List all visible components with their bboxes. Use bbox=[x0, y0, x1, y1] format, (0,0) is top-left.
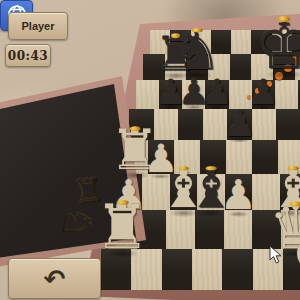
piece-black-knight[interactable]: ♞ bbox=[173, 26, 221, 77]
gold-crown-accent bbox=[192, 28, 203, 33]
gold-crown-accent bbox=[288, 166, 299, 171]
piece-black-king[interactable]: ♚ bbox=[254, 14, 300, 77]
piece-shadow bbox=[254, 105, 273, 110]
piece-white-pawn[interactable]: ♟ bbox=[220, 176, 257, 215]
mouse-cursor bbox=[269, 245, 283, 269]
piece-white-rook[interactable]: ♜ bbox=[95, 198, 150, 256]
piece-white-king[interactable]: ♚ bbox=[288, 214, 300, 299]
piece-black-pawn[interactable]: ♟ bbox=[223, 106, 256, 141]
gold-crown-accent bbox=[278, 16, 291, 22]
pieces-layer: ♜♞♚♟♟♟♟♟♜♟♟♝♝♟♝♜♛♚ bbox=[0, 0, 300, 300]
piece-shadow bbox=[227, 211, 250, 217]
piece-glyph: ♚ bbox=[288, 204, 300, 300]
gold-crown-accent bbox=[130, 126, 141, 131]
game-screen: ♜♞ ♜♞♚♟♟♟♟♟♜♟♟♝♝♟♝♜♛♚ Player 00:43 ↶ bbox=[0, 0, 300, 300]
piece-shadow bbox=[106, 249, 140, 258]
gold-crown-accent bbox=[206, 166, 217, 171]
